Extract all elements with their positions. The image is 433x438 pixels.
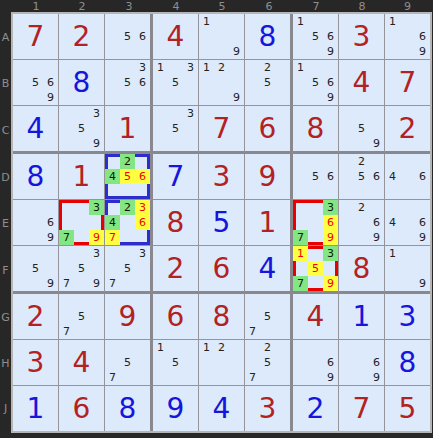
candidate-1[interactable]: 1 <box>385 14 400 29</box>
candidate-3[interactable]: 3 <box>89 246 104 261</box>
cell-G2[interactable]: 57 <box>59 294 105 340</box>
given-digit: 5 <box>399 395 417 423</box>
candidate-6[interactable]: 6 <box>43 215 58 230</box>
cell-D9[interactable]: 46 <box>385 154 430 200</box>
candidate-grid: 69 <box>339 340 384 385</box>
candidate-6[interactable]: 6 <box>43 75 58 90</box>
cell-E6[interactable]: 1 <box>245 200 293 246</box>
candidate-grid: 3579 <box>59 246 104 291</box>
candidate-grid: 569 <box>13 60 58 105</box>
candidate-3[interactable]: 3 <box>323 246 338 261</box>
candidate-5[interactable]: 5 <box>308 29 323 44</box>
candidate-grid: 256 <box>339 154 384 199</box>
candidate-3[interactable]: 3 <box>183 106 198 121</box>
cell-H7[interactable]: 69 <box>293 340 339 386</box>
candidate-5[interactable]: 5 <box>168 121 183 136</box>
candidate-6[interactable]: 6 <box>369 355 384 370</box>
candidate-4[interactable]: 4 <box>105 169 120 184</box>
cell-F4[interactable]: 2 <box>153 246 199 294</box>
given-digit: 2 <box>399 115 417 143</box>
given-digit: 6 <box>259 115 277 143</box>
candidate-grid: 57 <box>245 294 290 339</box>
candidate-6[interactable]: 6 <box>323 215 338 230</box>
given-digit: 6 <box>213 255 231 283</box>
cell-E1[interactable]: 69 <box>13 200 59 246</box>
candidate-6[interactable]: 6 <box>415 29 430 44</box>
candidate-5[interactable]: 5 <box>28 261 43 276</box>
given-digit: 3 <box>353 23 371 51</box>
candidate-6[interactable]: 6 <box>369 169 384 184</box>
candidate-9[interactable]: 9 <box>323 370 338 385</box>
cell-A5[interactable]: 19 <box>199 14 245 60</box>
given-digit: 4 <box>307 303 325 331</box>
candidate-1[interactable]: 1 <box>293 60 308 75</box>
row-label-A: A <box>0 14 11 60</box>
given-digit: 8 <box>167 209 185 237</box>
candidate-9[interactable]: 9 <box>43 230 58 245</box>
candidate-9[interactable]: 9 <box>415 44 430 59</box>
row-label-C: C <box>0 106 11 154</box>
cell-H6[interactable]: 257 <box>245 340 293 386</box>
candidate-7[interactable]: 7 <box>105 276 120 291</box>
column-labels: 123456789 <box>13 0 430 12</box>
cell-F6[interactable]: 4 <box>245 246 293 294</box>
candidate-grid: 23467 <box>105 200 150 245</box>
candidate-5[interactable]: 5 <box>120 29 135 44</box>
solved-digit: 3 <box>399 303 417 331</box>
cell-C8[interactable]: 59 <box>339 106 385 154</box>
cell-D4[interactable]: 7 <box>153 154 199 200</box>
candidate-1[interactable]: 1 <box>153 340 168 355</box>
row-label-D: D <box>0 154 11 200</box>
cell-C9[interactable]: 2 <box>385 106 430 154</box>
row-label-B: B <box>0 60 11 106</box>
cell-A6[interactable]: 8 <box>245 14 293 60</box>
cell-E2[interactable]: 379 <box>59 200 105 246</box>
given-digit: 8 <box>213 303 231 331</box>
cell-F9[interactable]: 19 <box>385 246 430 294</box>
candidate-grid: 35 <box>153 106 198 151</box>
cell-A7[interactable]: 1569 <box>293 14 339 60</box>
candidate-5[interactable]: 5 <box>354 169 369 184</box>
cell-C3[interactable]: 1 <box>105 106 153 154</box>
cell-C5[interactable]: 7 <box>199 106 245 154</box>
cell-B4[interactable]: 135 <box>153 60 199 106</box>
candidate-6[interactable]: 6 <box>369 215 384 230</box>
given-digit: 6 <box>167 303 185 331</box>
candidate-5[interactable]: 5 <box>120 261 135 276</box>
candidate-grid: 356 <box>105 60 150 105</box>
solved-digit: 1 <box>353 303 371 331</box>
candidate-3[interactable]: 3 <box>89 200 104 215</box>
given-digit: 6 <box>73 395 91 423</box>
cell-C1[interactable]: 4 <box>13 106 59 154</box>
candidate-2[interactable]: 2 <box>120 154 135 169</box>
cell-A4[interactable]: 4 <box>153 14 199 60</box>
given-digit: 4 <box>353 69 371 97</box>
candidate-2[interactable]: 2 <box>354 154 369 169</box>
cell-J6[interactable]: 3 <box>245 386 293 431</box>
cell-C6[interactable]: 6 <box>245 106 293 154</box>
solved-digit: 8 <box>27 163 45 191</box>
row-label-G: G <box>0 294 11 340</box>
cell-D6[interactable]: 9 <box>245 154 293 200</box>
cell-H1[interactable]: 3 <box>13 340 59 386</box>
candidate-1[interactable]: 1 <box>199 60 214 75</box>
candidate-2[interactable]: 2 <box>260 60 275 75</box>
candidate-grid: 59 <box>339 106 384 151</box>
candidate-6[interactable]: 6 <box>135 29 150 44</box>
candidate-1[interactable]: 1 <box>293 14 308 29</box>
cell-C4[interactable]: 35 <box>153 106 199 154</box>
cell-C2[interactable]: 359 <box>59 106 105 154</box>
solved-digit: 8 <box>399 349 417 377</box>
cell-H4[interactable]: 15 <box>153 340 199 386</box>
solved-digit: 8 <box>119 395 137 423</box>
candidate-9[interactable]: 9 <box>89 276 104 291</box>
candidate-7[interactable]: 7 <box>245 324 260 339</box>
candidate-7[interactable]: 7 <box>105 230 120 245</box>
candidate-6[interactable]: 6 <box>415 215 430 230</box>
cell-B7[interactable]: 1569 <box>293 60 339 106</box>
given-digit: 9 <box>119 303 137 331</box>
cell-B3[interactable]: 356 <box>105 60 153 106</box>
row-label-H: H <box>0 340 11 386</box>
candidate-5[interactable]: 5 <box>354 121 369 136</box>
given-digit: 4 <box>167 23 185 51</box>
candidate-9[interactable]: 9 <box>323 276 338 291</box>
candidate-5[interactable]: 5 <box>260 75 275 90</box>
candidate-4[interactable]: 4 <box>385 169 400 184</box>
cell-E9[interactable]: 469 <box>385 200 430 246</box>
candidate-5[interactable]: 5 <box>120 169 135 184</box>
candidate-3[interactable]: 3 <box>89 106 104 121</box>
cell-J3[interactable]: 8 <box>105 386 153 431</box>
candidate-1[interactable]: 1 <box>199 14 214 29</box>
cell-B1[interactable]: 569 <box>13 60 59 106</box>
cell-G7[interactable]: 4 <box>293 294 339 340</box>
candidate-grid: 69 <box>13 200 58 245</box>
given-digit: 3 <box>27 349 45 377</box>
row-label-J: J <box>0 386 11 431</box>
given-digit: 9 <box>259 163 277 191</box>
candidate-grid: 57 <box>59 294 104 339</box>
candidate-grid: 169 <box>385 14 430 59</box>
candidate-5[interactable]: 5 <box>120 75 135 90</box>
given-digit: 1 <box>119 115 137 143</box>
solved-digit: 8 <box>73 69 91 97</box>
cell-A9[interactable]: 169 <box>385 14 430 60</box>
given-digit: 3 <box>213 163 231 191</box>
cell-A2[interactable]: 2 <box>59 14 105 60</box>
candidate-7[interactable]: 7 <box>245 370 260 385</box>
given-digit: 7 <box>399 69 417 97</box>
candidate-9[interactable]: 9 <box>229 44 244 59</box>
candidate-6[interactable]: 6 <box>323 75 338 90</box>
candidate-9[interactable]: 9 <box>323 230 338 245</box>
cell-B8[interactable]: 4 <box>339 60 385 106</box>
solved-digit: 7 <box>167 163 185 191</box>
candidate-grid: 15 <box>153 340 198 385</box>
candidate-7[interactable]: 7 <box>293 230 308 245</box>
candidate-9[interactable]: 9 <box>369 136 384 151</box>
cell-J9[interactable]: 5 <box>385 386 430 431</box>
candidate-6[interactable]: 6 <box>135 215 150 230</box>
candidate-3[interactable]: 3 <box>135 246 150 261</box>
candidate-3[interactable]: 3 <box>323 200 338 215</box>
given-digit: 8 <box>307 115 325 143</box>
cell-F2[interactable]: 3579 <box>59 246 105 294</box>
candidate-grid: 46 <box>385 154 430 199</box>
candidate-9[interactable]: 9 <box>323 44 338 59</box>
candidate-2[interactable]: 2 <box>120 200 135 215</box>
solved-digit: 4 <box>27 115 45 143</box>
candidate-grid: 135 <box>153 60 198 105</box>
cell-E3[interactable]: 23467 <box>105 200 153 246</box>
candidate-9[interactable]: 9 <box>415 230 430 245</box>
candidate-grid: 357 <box>105 246 150 291</box>
cell-D1[interactable]: 8 <box>13 154 59 200</box>
candidate-5[interactable]: 5 <box>308 75 323 90</box>
sudoku-board: 7256419815693169569835613512925156947435… <box>11 12 432 433</box>
cell-A1[interactable]: 7 <box>13 14 59 60</box>
candidate-grid: 25 <box>245 60 290 105</box>
cell-D5[interactable]: 3 <box>199 154 245 200</box>
solved-digit: 1 <box>27 395 45 423</box>
cell-F3[interactable]: 357 <box>105 246 153 294</box>
cell-H3[interactable]: 57 <box>105 340 153 386</box>
candidate-2[interactable]: 2 <box>260 340 275 355</box>
candidate-7[interactable]: 7 <box>293 276 308 291</box>
cell-D2[interactable]: 1 <box>59 154 105 200</box>
row-label-E: E <box>0 200 11 246</box>
solved-digit: 2 <box>307 395 325 423</box>
candidate-5[interactable]: 5 <box>260 355 275 370</box>
cell-F7[interactable]: 13579 <box>293 246 339 294</box>
cell-E4[interactable]: 8 <box>153 200 199 246</box>
solved-digit: 8 <box>259 23 277 51</box>
candidate-9[interactable]: 9 <box>323 90 338 105</box>
cell-G1[interactable]: 2 <box>13 294 59 340</box>
cell-G5[interactable]: 8 <box>199 294 245 340</box>
given-digit: 2 <box>167 255 185 283</box>
candidate-9[interactable]: 9 <box>369 230 384 245</box>
candidate-grid: 56 <box>105 14 150 59</box>
cell-F5[interactable]: 6 <box>199 246 245 294</box>
candidate-grid: 1569 <box>293 60 338 105</box>
candidate-9[interactable]: 9 <box>89 230 104 245</box>
candidate-6[interactable]: 6 <box>323 29 338 44</box>
candidate-1[interactable]: 1 <box>199 340 214 355</box>
solved-digit: 4 <box>213 395 231 423</box>
cell-A8[interactable]: 3 <box>339 14 385 60</box>
candidate-2[interactable]: 2 <box>354 200 369 215</box>
candidate-5[interactable]: 5 <box>168 75 183 90</box>
candidate-2[interactable]: 2 <box>214 60 229 75</box>
candidate-9[interactable]: 9 <box>43 90 58 105</box>
candidate-5[interactable]: 5 <box>74 261 89 276</box>
candidate-9[interactable]: 9 <box>89 136 104 151</box>
candidate-5[interactable]: 5 <box>308 261 323 276</box>
cell-F1[interactable]: 59 <box>13 246 59 294</box>
candidate-5[interactable]: 5 <box>120 355 135 370</box>
candidate-1[interactable]: 1 <box>385 246 400 261</box>
given-digit: 1 <box>259 209 277 237</box>
cell-G9[interactable]: 3 <box>385 294 430 340</box>
cell-D3[interactable]: 2456 <box>105 154 153 200</box>
candidate-7[interactable]: 7 <box>59 230 74 245</box>
candidate-5[interactable]: 5 <box>28 75 43 90</box>
candidate-grid: 3679 <box>293 200 338 245</box>
candidate-grid: 12 <box>199 340 244 385</box>
given-digit: 7 <box>213 115 231 143</box>
candidate-9[interactable]: 9 <box>229 90 244 105</box>
candidate-9[interactable]: 9 <box>369 370 384 385</box>
given-digit: 2 <box>27 303 45 331</box>
candidate-grid: 57 <box>105 340 150 385</box>
cell-J2[interactable]: 6 <box>59 386 105 431</box>
candidate-6[interactable]: 6 <box>323 355 338 370</box>
given-digit: 7 <box>353 395 371 423</box>
cell-H2[interactable]: 4 <box>59 340 105 386</box>
candidate-1[interactable]: 1 <box>293 246 308 261</box>
candidate-grid: 469 <box>385 200 430 245</box>
cell-J8[interactable]: 7 <box>339 386 385 431</box>
candidate-5[interactable]: 5 <box>74 121 89 136</box>
given-digit: 1 <box>73 163 91 191</box>
cell-J5[interactable]: 4 <box>199 386 245 431</box>
candidate-grid: 269 <box>339 200 384 245</box>
cell-G4[interactable]: 6 <box>153 294 199 340</box>
candidate-grid: 257 <box>245 340 290 385</box>
candidate-5[interactable]: 5 <box>308 169 323 184</box>
candidate-grid: 129 <box>199 60 244 105</box>
row-label-F: F <box>0 246 11 294</box>
candidate-1[interactable]: 1 <box>153 60 168 75</box>
candidate-grid: 56 <box>293 154 338 199</box>
candidate-3[interactable]: 3 <box>135 200 150 215</box>
candidate-grid: 69 <box>293 340 338 385</box>
candidate-grid: 359 <box>59 106 104 151</box>
cell-H9[interactable]: 8 <box>385 340 430 386</box>
candidate-grid: 19 <box>199 14 244 59</box>
given-digit: 4 <box>73 349 91 377</box>
cell-E5[interactable]: 5 <box>199 200 245 246</box>
candidate-6[interactable]: 6 <box>323 169 338 184</box>
candidate-grid: 59 <box>13 246 58 291</box>
candidate-5[interactable]: 5 <box>74 309 89 324</box>
cell-B2[interactable]: 8 <box>59 60 105 106</box>
cell-G8[interactable]: 1 <box>339 294 385 340</box>
candidate-4[interactable]: 4 <box>105 215 120 230</box>
cell-C7[interactable]: 8 <box>293 106 339 154</box>
candidate-grid: 1569 <box>293 14 338 59</box>
cell-D7[interactable]: 56 <box>293 154 339 200</box>
cell-E7[interactable]: 3679 <box>293 200 339 246</box>
given-digit: 2 <box>73 23 91 51</box>
candidate-9[interactable]: 9 <box>43 276 58 291</box>
cell-G6[interactable]: 57 <box>245 294 293 340</box>
solved-digit: 9 <box>167 395 185 423</box>
given-digit: 8 <box>353 255 371 283</box>
cell-J1[interactable]: 1 <box>13 386 59 431</box>
cell-J4[interactable]: 9 <box>153 386 199 431</box>
cell-F8[interactable]: 8 <box>339 246 385 294</box>
candidate-6[interactable]: 6 <box>135 169 150 184</box>
candidate-5[interactable]: 5 <box>260 309 275 324</box>
candidate-3[interactable]: 3 <box>183 60 198 75</box>
candidate-5[interactable]: 5 <box>168 355 183 370</box>
cell-B6[interactable]: 25 <box>245 60 293 106</box>
candidate-7[interactable]: 7 <box>59 276 74 291</box>
candidate-3[interactable]: 3 <box>135 60 150 75</box>
given-digit: 7 <box>27 23 45 51</box>
row-labels: ABCDEFGHJ <box>0 14 11 431</box>
cell-B5[interactable]: 129 <box>199 60 245 106</box>
candidate-6[interactable]: 6 <box>415 169 430 184</box>
cell-E8[interactable]: 269 <box>339 200 385 246</box>
cell-H8[interactable]: 69 <box>339 340 385 386</box>
cell-H5[interactable]: 12 <box>199 340 245 386</box>
candidate-grid: 13579 <box>293 246 338 291</box>
cell-B9[interactable]: 7 <box>385 60 430 106</box>
candidate-2[interactable]: 2 <box>214 340 229 355</box>
candidate-grid: 379 <box>59 200 104 245</box>
candidate-7[interactable]: 7 <box>59 324 74 339</box>
cell-G3[interactable]: 9 <box>105 294 153 340</box>
candidate-grid: 2456 <box>105 154 150 199</box>
cell-J7[interactable]: 2 <box>293 386 339 431</box>
solved-digit: 5 <box>213 209 231 237</box>
candidate-9[interactable]: 9 <box>415 276 430 291</box>
cell-A3[interactable]: 56 <box>105 14 153 60</box>
candidate-4[interactable]: 4 <box>385 215 400 230</box>
given-digit: 3 <box>259 395 277 423</box>
candidate-7[interactable]: 7 <box>105 370 120 385</box>
candidate-6[interactable]: 6 <box>135 75 150 90</box>
solved-digit: 4 <box>259 255 277 283</box>
cell-D8[interactable]: 256 <box>339 154 385 200</box>
candidate-grid: 19 <box>385 246 430 291</box>
